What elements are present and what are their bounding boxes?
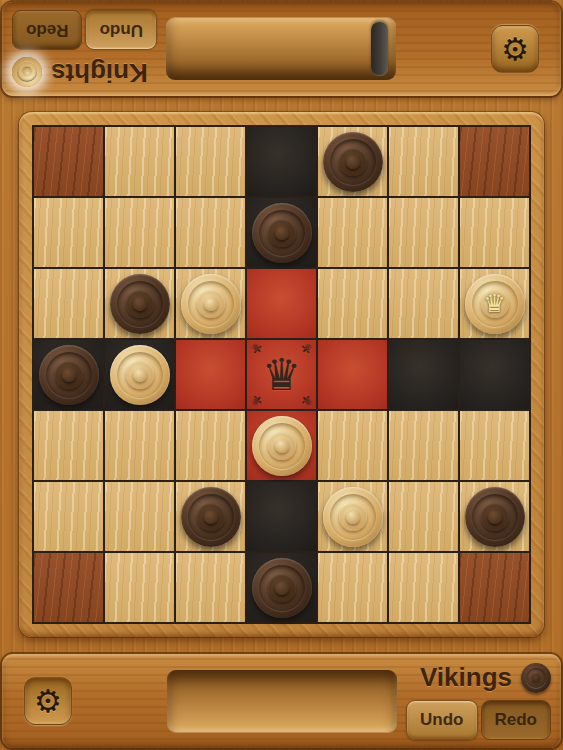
square-g7[interactable]	[460, 127, 529, 196]
square-a5[interactable]	[34, 269, 103, 338]
square-e6[interactable]	[318, 198, 387, 267]
square-f1[interactable]	[389, 553, 458, 622]
square-d4[interactable]: ♛⚜⚜⚜⚜	[247, 340, 316, 409]
gear-icon: ⚙	[501, 34, 529, 65]
knights-piece-icon	[12, 58, 42, 88]
square-c4[interactable]	[176, 340, 245, 409]
square-a4[interactable]	[34, 340, 103, 409]
gear-icon: ⚙	[34, 686, 62, 717]
square-f3[interactable]	[389, 411, 458, 480]
square-g6[interactable]	[460, 198, 529, 267]
knight-piece[interactable]	[181, 274, 241, 334]
square-a7[interactable]	[34, 127, 103, 196]
square-b4[interactable]	[105, 340, 174, 409]
square-g5[interactable]: ♛	[460, 269, 529, 338]
square-d1[interactable]	[247, 553, 316, 622]
square-a1[interactable]	[34, 553, 103, 622]
viking-piece[interactable]	[323, 132, 383, 192]
settings-button-top[interactable]: ⚙	[491, 25, 539, 73]
viking-piece[interactable]	[252, 558, 312, 618]
square-c5[interactable]	[176, 269, 245, 338]
bottom-player-bar: ⚙ Vikings Undo Redo	[2, 654, 561, 748]
king-crown-icon: ♛	[483, 291, 505, 316]
undo-button-top[interactable]: Undo	[86, 10, 157, 50]
top-player-bar: ⚙ Knights Undo Redo	[2, 2, 561, 96]
captured-piece-edge	[372, 22, 389, 76]
square-e1[interactable]	[318, 553, 387, 622]
square-g3[interactable]	[460, 411, 529, 480]
square-g4[interactable]	[460, 340, 529, 409]
game-screen: ⚙ Knights Undo Redo ♛♛⚜⚜⚜⚜ ⚙	[0, 0, 563, 750]
redo-button-bottom[interactable]: Redo	[481, 700, 552, 740]
square-g1[interactable]	[460, 553, 529, 622]
square-d6[interactable]	[247, 198, 316, 267]
knight-piece[interactable]	[110, 345, 170, 405]
square-a6[interactable]	[34, 198, 103, 267]
vikings-piece-icon	[521, 663, 551, 693]
square-f7[interactable]	[389, 127, 458, 196]
settings-button-bottom[interactable]: ⚙	[24, 677, 72, 725]
king-piece[interactable]: ♛	[465, 274, 525, 334]
square-a3[interactable]	[34, 411, 103, 480]
square-f2[interactable]	[389, 482, 458, 551]
square-c1[interactable]	[176, 553, 245, 622]
captured-pieces-tray-bottom	[167, 670, 397, 732]
square-c2[interactable]	[176, 482, 245, 551]
viking-piece[interactable]	[252, 203, 312, 263]
square-d5[interactable]	[247, 269, 316, 338]
captured-pieces-tray-top	[167, 18, 397, 80]
square-d3[interactable]	[247, 411, 316, 480]
square-f5[interactable]	[389, 269, 458, 338]
square-c6[interactable]	[176, 198, 245, 267]
square-e2[interactable]	[318, 482, 387, 551]
viking-piece[interactable]	[181, 487, 241, 547]
game-board: ♛♛⚜⚜⚜⚜	[32, 125, 531, 624]
square-d7[interactable]	[247, 127, 316, 196]
knight-piece[interactable]	[323, 487, 383, 547]
knight-piece[interactable]	[252, 416, 312, 476]
viking-piece[interactable]	[465, 487, 525, 547]
square-e4[interactable]	[318, 340, 387, 409]
square-b5[interactable]	[105, 269, 174, 338]
viking-piece[interactable]	[39, 345, 99, 405]
square-e3[interactable]	[318, 411, 387, 480]
square-e5[interactable]	[318, 269, 387, 338]
square-e7[interactable]	[318, 127, 387, 196]
player-name-top: Knights	[51, 57, 148, 88]
square-b2[interactable]	[105, 482, 174, 551]
viking-piece[interactable]	[110, 274, 170, 334]
square-a2[interactable]	[34, 482, 103, 551]
square-g2[interactable]	[460, 482, 529, 551]
square-d2[interactable]	[247, 482, 316, 551]
square-f4[interactable]	[389, 340, 458, 409]
square-c7[interactable]	[176, 127, 245, 196]
square-b3[interactable]	[105, 411, 174, 480]
throne-crown-icon: ♛	[262, 353, 301, 397]
player-name-bottom: Vikings	[420, 662, 512, 693]
square-b1[interactable]	[105, 553, 174, 622]
board-frame: ♛♛⚜⚜⚜⚜	[19, 112, 544, 637]
square-c3[interactable]	[176, 411, 245, 480]
undo-button-bottom[interactable]: Undo	[406, 700, 477, 740]
square-b7[interactable]	[105, 127, 174, 196]
square-f6[interactable]	[389, 198, 458, 267]
square-b6[interactable]	[105, 198, 174, 267]
redo-button-top[interactable]: Redo	[12, 10, 83, 50]
